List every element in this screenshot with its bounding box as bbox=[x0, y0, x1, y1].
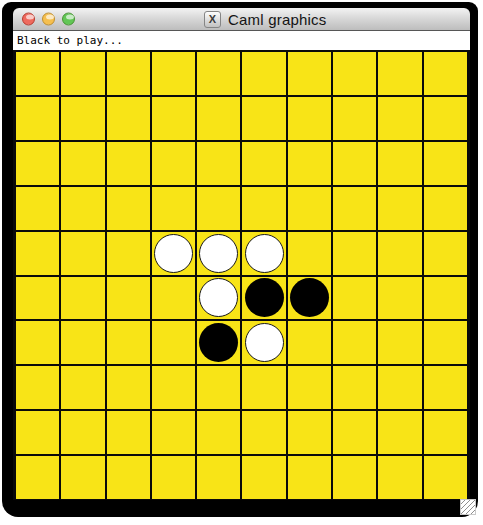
board-cell[interactable] bbox=[197, 277, 240, 320]
board-cell[interactable] bbox=[424, 52, 467, 95]
board-cell[interactable] bbox=[152, 187, 195, 230]
board-cell[interactable] bbox=[16, 187, 59, 230]
board-cell[interactable] bbox=[107, 411, 150, 454]
board-cell[interactable] bbox=[288, 277, 331, 320]
board-cell[interactable] bbox=[288, 321, 331, 364]
board-cell[interactable] bbox=[152, 321, 195, 364]
screenshot-stage: X Caml graphics Black to play... bbox=[0, 0, 483, 525]
board-cell[interactable] bbox=[378, 97, 421, 140]
board-cell[interactable] bbox=[424, 277, 467, 320]
title-group: X Caml graphics bbox=[204, 8, 326, 30]
board-cell[interactable] bbox=[242, 411, 285, 454]
board-cell[interactable] bbox=[242, 366, 285, 409]
white-disc bbox=[199, 234, 238, 273]
board-cell[interactable] bbox=[242, 456, 285, 499]
board-cell[interactable] bbox=[333, 277, 376, 320]
status-message: Black to play... bbox=[13, 31, 470, 50]
board-cell[interactable] bbox=[333, 52, 376, 95]
board-cell[interactable] bbox=[16, 97, 59, 140]
board-cell[interactable] bbox=[288, 187, 331, 230]
board-cell[interactable] bbox=[152, 142, 195, 185]
board-cell[interactable] bbox=[242, 321, 285, 364]
board-cell[interactable] bbox=[378, 232, 421, 275]
board-cell[interactable] bbox=[242, 277, 285, 320]
x11-app-icon: X bbox=[204, 11, 221, 28]
black-disc bbox=[290, 278, 329, 317]
black-disc bbox=[199, 323, 238, 362]
board-cell[interactable] bbox=[61, 321, 104, 364]
board-cell[interactable] bbox=[107, 142, 150, 185]
board-cell[interactable] bbox=[152, 52, 195, 95]
board-cell[interactable] bbox=[16, 142, 59, 185]
board-cell[interactable] bbox=[333, 411, 376, 454]
board-cell[interactable] bbox=[16, 232, 59, 275]
board-cell[interactable] bbox=[378, 321, 421, 364]
board-cell[interactable] bbox=[61, 187, 104, 230]
board-cell[interactable] bbox=[424, 97, 467, 140]
board-cell[interactable] bbox=[378, 52, 421, 95]
board-cell[interactable] bbox=[107, 187, 150, 230]
board-cell[interactable] bbox=[424, 321, 467, 364]
board-cell[interactable] bbox=[16, 52, 59, 95]
board-cell[interactable] bbox=[197, 456, 240, 499]
board-cell[interactable] bbox=[16, 277, 59, 320]
board-cell[interactable] bbox=[197, 366, 240, 409]
board-cell[interactable] bbox=[107, 277, 150, 320]
board bbox=[13, 50, 470, 500]
board-cell[interactable] bbox=[378, 187, 421, 230]
zoom-button[interactable] bbox=[62, 13, 75, 26]
board-cell[interactable] bbox=[288, 411, 331, 454]
board-cell[interactable] bbox=[61, 277, 104, 320]
board-cell[interactable] bbox=[288, 52, 331, 95]
board-cell[interactable] bbox=[61, 232, 104, 275]
window-title: Caml graphics bbox=[228, 11, 326, 28]
board-cell[interactable] bbox=[333, 456, 376, 499]
board-cell[interactable] bbox=[107, 97, 150, 140]
board-cell[interactable] bbox=[61, 456, 104, 499]
board-cell[interactable] bbox=[288, 456, 331, 499]
board-cell[interactable] bbox=[152, 366, 195, 409]
board-cell[interactable] bbox=[242, 97, 285, 140]
board-cell[interactable] bbox=[333, 321, 376, 364]
board-cell[interactable] bbox=[378, 142, 421, 185]
white-disc bbox=[199, 278, 238, 317]
board-cell[interactable] bbox=[378, 456, 421, 499]
board-cell[interactable] bbox=[107, 456, 150, 499]
board-cell[interactable] bbox=[61, 97, 104, 140]
board-cell[interactable] bbox=[16, 411, 59, 454]
board-cell[interactable] bbox=[61, 366, 104, 409]
board-cell[interactable] bbox=[197, 142, 240, 185]
board-cell[interactable] bbox=[107, 321, 150, 364]
resize-grip-icon[interactable] bbox=[460, 499, 476, 515]
board-cell[interactable] bbox=[197, 411, 240, 454]
board-cell[interactable] bbox=[242, 232, 285, 275]
caml-graphics-window: X Caml graphics Black to play... bbox=[2, 2, 478, 517]
board-cell[interactable] bbox=[197, 52, 240, 95]
board-cell[interactable] bbox=[197, 97, 240, 140]
board-cell[interactable] bbox=[288, 97, 331, 140]
board-cell[interactable] bbox=[333, 142, 376, 185]
board-cell[interactable] bbox=[107, 232, 150, 275]
board-cell[interactable] bbox=[16, 456, 59, 499]
board-cell[interactable] bbox=[107, 366, 150, 409]
board-cell[interactable] bbox=[61, 411, 104, 454]
board-cell[interactable] bbox=[197, 321, 240, 364]
board-cell[interactable] bbox=[378, 366, 421, 409]
window-titlebar[interactable]: X Caml graphics bbox=[13, 8, 470, 31]
traffic-lights bbox=[22, 13, 75, 26]
board-cell[interactable] bbox=[107, 52, 150, 95]
board-cell[interactable] bbox=[333, 187, 376, 230]
board-cell[interactable] bbox=[333, 232, 376, 275]
white-disc bbox=[154, 234, 193, 273]
board-cell[interactable] bbox=[288, 366, 331, 409]
board-cell[interactable] bbox=[61, 52, 104, 95]
board-cell[interactable] bbox=[378, 277, 421, 320]
board-cell[interactable] bbox=[424, 187, 467, 230]
board-cell[interactable] bbox=[152, 277, 195, 320]
board-cell[interactable] bbox=[242, 142, 285, 185]
board-cell[interactable] bbox=[333, 366, 376, 409]
board-cell[interactable] bbox=[242, 52, 285, 95]
board-cell[interactable] bbox=[424, 456, 467, 499]
board-cell[interactable] bbox=[242, 187, 285, 230]
board-cell[interactable] bbox=[152, 232, 195, 275]
board-cell[interactable] bbox=[288, 232, 331, 275]
board-cell[interactable] bbox=[61, 142, 104, 185]
white-disc bbox=[245, 323, 284, 362]
board-cell[interactable] bbox=[424, 411, 467, 454]
black-disc bbox=[245, 278, 284, 317]
board-cell[interactable] bbox=[378, 411, 421, 454]
board-cell[interactable] bbox=[424, 232, 467, 275]
minimize-button[interactable] bbox=[42, 13, 55, 26]
board-cell[interactable] bbox=[152, 456, 195, 499]
board-cell[interactable] bbox=[333, 97, 376, 140]
board-cell[interactable] bbox=[288, 142, 331, 185]
board-cell[interactable] bbox=[197, 187, 240, 230]
white-disc bbox=[245, 234, 284, 273]
board-cell[interactable] bbox=[16, 321, 59, 364]
board-cell[interactable] bbox=[152, 97, 195, 140]
board-cell[interactable] bbox=[152, 411, 195, 454]
close-button[interactable] bbox=[22, 13, 35, 26]
board-cell[interactable] bbox=[16, 366, 59, 409]
board-cell[interactable] bbox=[197, 232, 240, 275]
board-cell[interactable] bbox=[424, 142, 467, 185]
board-cell[interactable] bbox=[424, 366, 467, 409]
